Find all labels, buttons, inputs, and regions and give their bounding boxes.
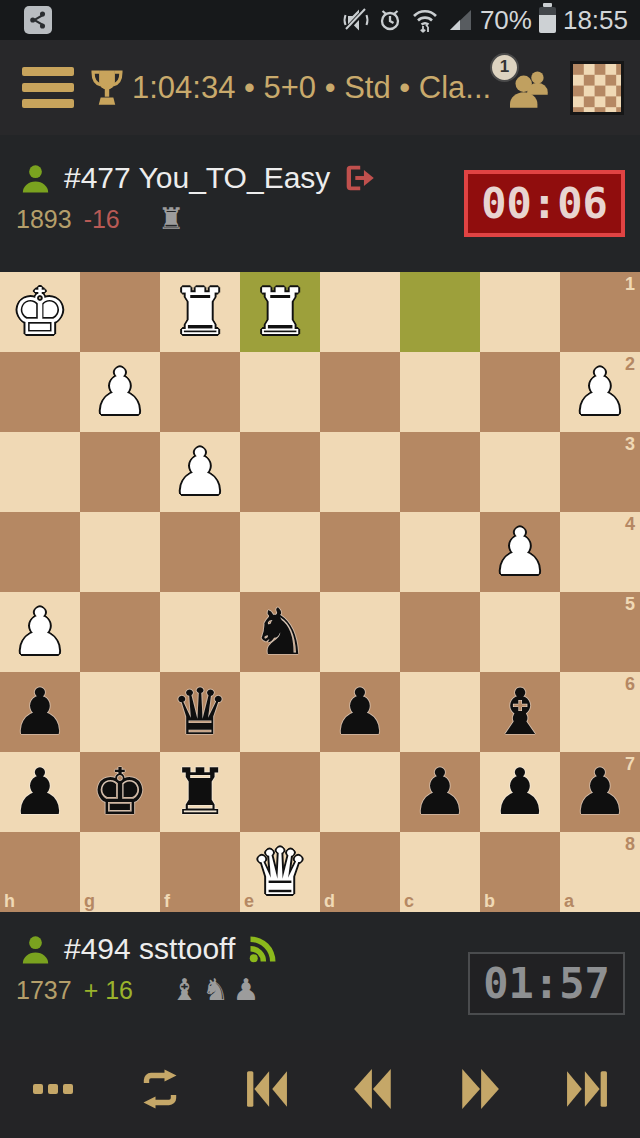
square-d8[interactable]: d [320, 832, 400, 912]
square-g4[interactable] [80, 512, 160, 592]
top-player-clock: 00:06 [464, 170, 625, 237]
app-toolbar: 1:04:34 • 5+0 • Std • Cla... 1 [0, 40, 640, 135]
square-b8[interactable]: b [480, 832, 560, 912]
square-b4[interactable]: ♟ [480, 512, 560, 592]
square-d2[interactable] [320, 352, 400, 432]
black-pawn-a7[interactable]: ♟ [560, 752, 640, 832]
black-king-g7[interactable]: ♚ [80, 752, 160, 832]
bottom-player-clock: 01:57 [468, 952, 625, 1015]
black-bishop-b6[interactable]: ♝ [480, 672, 560, 752]
square-e6[interactable] [240, 672, 320, 752]
rank-label-5: 5 [625, 594, 635, 615]
square-f6[interactable]: ♛ [160, 672, 240, 752]
square-h7[interactable]: ♟ [0, 752, 80, 832]
file-label-b: b [484, 891, 495, 912]
skip-last-button[interactable] [533, 1040, 640, 1138]
step-back-icon [354, 1069, 392, 1109]
black-pawn-b7[interactable]: ♟ [480, 752, 560, 832]
step-forward-button[interactable] [427, 1040, 534, 1138]
square-g5[interactable] [80, 592, 160, 672]
square-e4[interactable] [240, 512, 320, 592]
square-d5[interactable] [320, 592, 400, 672]
square-a8[interactable]: 8a [560, 832, 640, 912]
file-label-d: d [324, 891, 335, 912]
board-theme-icon[interactable] [570, 61, 624, 115]
white-queen-e8[interactable]: ♛ [240, 832, 320, 912]
rank-label-4: 4 [625, 514, 635, 535]
square-c6[interactable] [400, 672, 480, 752]
top-player-name[interactable]: #477 You_TO_Easy [64, 161, 330, 195]
spectators-button[interactable]: 1 [504, 67, 552, 109]
status-bar: 70% 18:55 [0, 0, 640, 40]
white-pawn-b4[interactable]: ♟ [480, 512, 560, 592]
square-e5[interactable]: ♞ [240, 592, 320, 672]
top-player-panel: #477 You_TO_Easy 1893 -16 ♜ 00:06 [0, 135, 640, 272]
square-b2[interactable] [480, 352, 560, 432]
wifi-icon [410, 7, 440, 33]
square-e8[interactable]: e♛ [240, 832, 320, 912]
square-a5[interactable]: 5 [560, 592, 640, 672]
player-icon [20, 163, 51, 194]
trophy-icon [88, 67, 126, 109]
square-c4[interactable] [400, 512, 480, 592]
mute-vibrate-icon [342, 7, 370, 33]
square-c3[interactable] [400, 432, 480, 512]
square-h8[interactable]: h [0, 832, 80, 912]
left-game-icon [343, 163, 375, 193]
alarm-icon [377, 7, 403, 33]
white-pawn-f3[interactable]: ♟ [160, 432, 240, 512]
square-d1[interactable] [320, 272, 400, 352]
chess-board: ♚♜♜1♟2♟♟3♟4♟♞5♟♛♟♝6♟♚♜♟♟7♟hgfe♛dcb8a [0, 272, 640, 912]
more-button[interactable] [0, 1040, 107, 1138]
square-b3[interactable] [480, 432, 560, 512]
square-f3[interactable]: ♟ [160, 432, 240, 512]
bottom-player-rating: 1737 [16, 976, 72, 1005]
square-c8[interactable]: c [400, 832, 480, 912]
bottom-player-panel: #494 ssttooff 1737 + 16 ♝♞♟ 01:57 [0, 912, 640, 1040]
square-b5[interactable] [480, 592, 560, 672]
black-queen-f6[interactable]: ♛ [160, 672, 240, 752]
flip-board-button[interactable] [107, 1040, 214, 1138]
file-label-f: f [164, 891, 170, 912]
black-pawn-h6[interactable]: ♟ [0, 672, 80, 752]
battery-percent: 70% [480, 5, 532, 36]
square-h4[interactable] [0, 512, 80, 592]
square-e3[interactable] [240, 432, 320, 512]
tournament-title: 1:04:34 • 5+0 • Std • Cla... [132, 70, 498, 106]
rank-label-6: 6 [625, 674, 635, 695]
bottom-rating-delta: + 16 [84, 976, 133, 1005]
skip-first-button[interactable] [213, 1040, 320, 1138]
menu-icon[interactable] [22, 67, 74, 108]
skip-last-icon [566, 1069, 608, 1109]
flip-icon [137, 1068, 183, 1110]
square-h6[interactable]: ♟ [0, 672, 80, 752]
file-label-h: h [4, 891, 15, 912]
square-g6[interactable] [80, 672, 160, 752]
captured-knight-icon: ♞ [202, 975, 229, 1005]
square-g7[interactable]: ♚ [80, 752, 160, 832]
square-g3[interactable] [80, 432, 160, 512]
status-time: 18:55 [563, 5, 628, 36]
broadcast-icon [248, 934, 278, 964]
square-h1[interactable]: ♚ [0, 272, 80, 352]
square-a2[interactable]: 2♟ [560, 352, 640, 432]
square-g8[interactable]: g [80, 832, 160, 912]
top-player-rating: 1893 [16, 205, 72, 234]
battery-icon [539, 7, 556, 33]
bottom-player-name[interactable]: #494 ssttooff [64, 932, 235, 966]
skip-first-icon [246, 1069, 288, 1109]
square-g2[interactable]: ♟ [80, 352, 160, 432]
file-label-c: c [404, 891, 414, 912]
captured-pawn-icon: ♟ [233, 975, 260, 1005]
square-c5[interactable] [400, 592, 480, 672]
square-e1[interactable]: ♜ [240, 272, 320, 352]
white-king-h1[interactable]: ♚ [0, 272, 80, 352]
square-c7[interactable]: ♟ [400, 752, 480, 832]
square-h2[interactable] [0, 352, 80, 432]
square-e7[interactable] [240, 752, 320, 832]
rank-label-8: 8 [625, 834, 635, 855]
ellipsis-icon [33, 1084, 73, 1094]
step-back-button[interactable] [320, 1040, 427, 1138]
square-d7[interactable] [320, 752, 400, 832]
square-b7[interactable]: ♟ [480, 752, 560, 832]
bottom-captured-pieces: ♝♞♟ [171, 975, 260, 1005]
file-label-a: a [564, 891, 574, 912]
square-b1[interactable] [480, 272, 560, 352]
rank-label-1: 1 [625, 274, 635, 295]
black-pawn-h7[interactable]: ♟ [0, 752, 80, 832]
top-captured-pieces: ♜ [158, 204, 185, 234]
white-pawn-g2[interactable]: ♟ [80, 352, 160, 432]
file-label-g: g [84, 891, 95, 912]
white-rook-e1[interactable]: ♜ [240, 272, 320, 352]
square-b6[interactable]: ♝ [480, 672, 560, 752]
square-c1[interactable] [400, 272, 480, 352]
square-d4[interactable] [320, 512, 400, 592]
square-a4[interactable]: 4 [560, 512, 640, 592]
square-d6[interactable]: ♟ [320, 672, 400, 752]
square-f2[interactable] [160, 352, 240, 432]
rank-label-3: 3 [625, 434, 635, 455]
square-a3[interactable]: 3 [560, 432, 640, 512]
square-f1[interactable]: ♜ [160, 272, 240, 352]
square-a6[interactable]: 6 [560, 672, 640, 752]
step-forward-icon [461, 1069, 499, 1109]
white-pawn-h5[interactable]: ♟ [0, 592, 80, 672]
square-f4[interactable] [160, 512, 240, 592]
captured-bishop-icon: ♝ [171, 975, 198, 1005]
black-pawn-d6[interactable]: ♟ [320, 672, 400, 752]
signal-icon [447, 7, 473, 33]
player-icon [20, 934, 51, 965]
share-icon[interactable] [24, 6, 52, 34]
square-f8[interactable]: f [160, 832, 240, 912]
white-pawn-a2[interactable]: ♟ [560, 352, 640, 432]
white-rook-f1[interactable]: ♜ [160, 272, 240, 352]
black-pawn-c7[interactable]: ♟ [400, 752, 480, 832]
square-d3[interactable] [320, 432, 400, 512]
square-e2[interactable] [240, 352, 320, 432]
square-a1[interactable]: 1 [560, 272, 640, 352]
square-g1[interactable] [80, 272, 160, 352]
spectator-count-badge: 1 [490, 53, 519, 82]
square-c2[interactable] [400, 352, 480, 432]
square-f5[interactable] [160, 592, 240, 672]
square-h3[interactable] [0, 432, 80, 512]
square-h5[interactable]: ♟ [0, 592, 80, 672]
square-a7[interactable]: 7♟ [560, 752, 640, 832]
square-f7[interactable]: ♜ [160, 752, 240, 832]
captured-rook-icon: ♜ [158, 204, 185, 234]
top-rating-delta: -16 [84, 205, 120, 234]
black-rook-f7[interactable]: ♜ [160, 752, 240, 832]
black-knight-e5[interactable]: ♞ [240, 592, 320, 672]
game-nav-bar [0, 1040, 640, 1138]
